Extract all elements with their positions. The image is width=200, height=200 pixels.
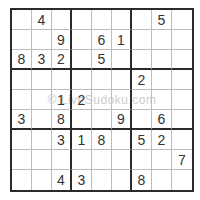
cell-r9c5 [92, 170, 112, 190]
cell-r9c4: 3 [72, 170, 92, 190]
cell-r7c3: 3 [52, 130, 72, 150]
cell-r5c5 [92, 90, 112, 110]
cell-r6c4 [72, 110, 92, 130]
cell-r3c7 [132, 50, 152, 70]
cell-r9c1 [12, 170, 32, 190]
cell-r4c7: 2 [132, 70, 152, 90]
cell-r8c6 [112, 150, 132, 170]
cell-r1c5 [92, 10, 112, 30]
cell-r2c8 [152, 30, 172, 50]
cell-r9c7: 8 [132, 170, 152, 190]
cell-r3c2: 3 [32, 50, 52, 70]
cell-r7c1 [12, 130, 32, 150]
cell-r8c2 [32, 150, 52, 170]
cell-r2c6: 1 [112, 30, 132, 50]
cell-r1c7 [132, 10, 152, 30]
cell-r7c9 [172, 130, 192, 150]
cell-r5c7 [132, 90, 152, 110]
cell-r7c4: 1 [72, 130, 92, 150]
cell-r8c5 [92, 150, 112, 170]
cell-r1c9 [172, 10, 192, 30]
cell-r4c6 [112, 70, 132, 90]
cell-r2c1 [12, 30, 32, 50]
cell-r7c8: 2 [152, 130, 172, 150]
cell-r6c5 [92, 110, 112, 130]
cell-r1c4 [72, 10, 92, 30]
sudoku-board: 4596183252123896318527438 [10, 8, 194, 192]
cell-r6c9 [172, 110, 192, 130]
cell-r4c1 [12, 70, 32, 90]
cell-r2c3: 9 [52, 30, 72, 50]
cell-r8c3 [52, 150, 72, 170]
cell-r6c1: 3 [12, 110, 32, 130]
cell-r4c3 [52, 70, 72, 90]
cell-r5c9 [172, 90, 192, 110]
cell-r5c6 [112, 90, 132, 110]
cell-r1c3 [52, 10, 72, 30]
cell-r3c3: 2 [52, 50, 72, 70]
cell-r2c9 [172, 30, 192, 50]
cell-r6c2 [32, 110, 52, 130]
cell-r4c5 [92, 70, 112, 90]
cell-r1c1 [12, 10, 32, 30]
cell-r3c5: 5 [92, 50, 112, 70]
cell-r4c8 [152, 70, 172, 90]
cell-r8c8 [152, 150, 172, 170]
cell-r8c4 [72, 150, 92, 170]
cell-r4c4 [72, 70, 92, 90]
cell-r7c2 [32, 130, 52, 150]
cell-r3c8 [152, 50, 172, 70]
cell-r9c9 [172, 170, 192, 190]
cell-r7c6 [112, 130, 132, 150]
cell-r2c2 [32, 30, 52, 50]
cell-r3c9 [172, 50, 192, 70]
cell-r6c8: 6 [152, 110, 172, 130]
cell-r8c7 [132, 150, 152, 170]
cell-r3c1: 8 [12, 50, 32, 70]
cell-r9c3: 4 [52, 170, 72, 190]
cell-r1c6 [112, 10, 132, 30]
cell-r3c4 [72, 50, 92, 70]
cell-r5c1 [12, 90, 32, 110]
cell-r6c6: 9 [112, 110, 132, 130]
cell-r5c2 [32, 90, 52, 110]
cell-r1c2: 4 [32, 10, 52, 30]
cell-r4c9 [172, 70, 192, 90]
cell-r5c4: 2 [72, 90, 92, 110]
cell-r8c1 [12, 150, 32, 170]
cell-r3c6 [112, 50, 132, 70]
cell-r7c5: 8 [92, 130, 112, 150]
cell-r1c8: 5 [152, 10, 172, 30]
cell-r6c7 [132, 110, 152, 130]
cell-r2c4 [72, 30, 92, 50]
cell-r9c8 [152, 170, 172, 190]
cell-r8c9: 7 [172, 150, 192, 170]
cell-r5c8 [152, 90, 172, 110]
cell-r4c2 [32, 70, 52, 90]
cell-r2c7 [132, 30, 152, 50]
cell-r9c6 [112, 170, 132, 190]
cell-r9c2 [32, 170, 52, 190]
sudoku-stage: © LiveSudoku.com 45961832521238963185274… [0, 0, 200, 200]
cell-r6c3: 8 [52, 110, 72, 130]
cell-r2c5: 6 [92, 30, 112, 50]
cell-r5c3: 1 [52, 90, 72, 110]
cell-r7c7: 5 [132, 130, 152, 150]
